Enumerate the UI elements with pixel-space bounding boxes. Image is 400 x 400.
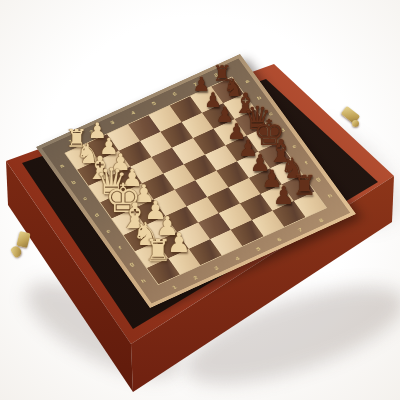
piece-black-rook[interactable]: ♜: [292, 172, 316, 199]
brass-latch-icon[interactable]: [352, 120, 359, 127]
brass-latch-icon[interactable]: [16, 231, 30, 248]
piece-white-rook[interactable]: ♜: [144, 236, 171, 266]
piece-black-pawn[interactable]: ♟: [273, 184, 295, 209]
scene: 1122334455667788aabbccddeeffgghh ♜♞♝♛♚♝♞…: [0, 0, 400, 400]
